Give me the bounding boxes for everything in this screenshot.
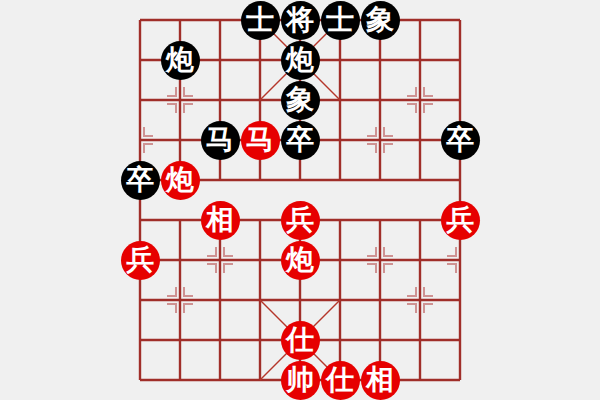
piece-black-elephant[interactable]: 象 bbox=[361, 1, 400, 40]
piece-black-soldier[interactable]: 卒 bbox=[121, 161, 160, 200]
piece-black-elephant[interactable]: 象 bbox=[281, 81, 320, 120]
pieces-layer: 士将士象炮炮象马马卒卒卒炮相兵兵兵炮仕帅仕相 bbox=[120, 0, 480, 400]
piece-black-advisor[interactable]: 士 bbox=[241, 1, 280, 40]
piece-red-soldier[interactable]: 兵 bbox=[441, 201, 480, 240]
piece-red-general[interactable]: 帅 bbox=[281, 361, 320, 400]
piece-black-cannon[interactable]: 炮 bbox=[281, 41, 320, 80]
piece-black-soldier[interactable]: 卒 bbox=[441, 121, 480, 160]
piece-red-soldier[interactable]: 兵 bbox=[121, 241, 160, 280]
piece-red-horse[interactable]: 马 bbox=[241, 121, 280, 160]
piece-black-cannon[interactable]: 炮 bbox=[161, 41, 200, 80]
xiangqi-board: 士将士象炮炮象马马卒卒卒炮相兵兵兵炮仕帅仕相 bbox=[0, 0, 600, 400]
piece-red-advisor[interactable]: 仕 bbox=[321, 361, 360, 400]
piece-red-soldier[interactable]: 兵 bbox=[281, 201, 320, 240]
piece-red-elephant[interactable]: 相 bbox=[201, 201, 240, 240]
piece-red-elephant[interactable]: 相 bbox=[361, 361, 400, 400]
piece-black-soldier[interactable]: 卒 bbox=[281, 121, 320, 160]
piece-black-horse[interactable]: 马 bbox=[201, 121, 240, 160]
piece-red-cannon[interactable]: 炮 bbox=[161, 161, 200, 200]
piece-red-advisor[interactable]: 仕 bbox=[281, 321, 320, 360]
piece-black-general[interactable]: 将 bbox=[281, 1, 320, 40]
piece-red-cannon[interactable]: 炮 bbox=[281, 241, 320, 280]
piece-black-advisor[interactable]: 士 bbox=[321, 1, 360, 40]
